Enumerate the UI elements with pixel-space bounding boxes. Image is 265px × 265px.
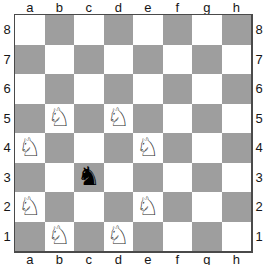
square-e2[interactable]: ♘	[133, 192, 163, 222]
rank-label-7-right: 7	[253, 45, 265, 75]
file-labels-bottom: abcdefgh	[14, 253, 253, 265]
square-c4[interactable]	[74, 133, 104, 163]
file-label-d-bottom: d	[104, 253, 134, 265]
square-d5[interactable]: ♘	[104, 104, 134, 134]
white-knight-b5[interactable]: ♘	[48, 104, 71, 130]
rank-label-4-left: 4	[0, 133, 14, 163]
square-a1[interactable]	[15, 222, 45, 252]
square-b8[interactable]	[45, 15, 75, 45]
square-b7[interactable]	[45, 45, 75, 75]
chessboard: ♘♘♘♘♞♘♘♘♘	[14, 14, 253, 253]
rank-label-5-right: 5	[253, 104, 265, 134]
square-b5[interactable]: ♘	[45, 104, 75, 134]
square-g8[interactable]	[192, 15, 222, 45]
square-e5[interactable]	[133, 104, 163, 134]
square-f3[interactable]	[163, 163, 193, 193]
file-label-d-top: d	[104, 0, 134, 14]
rank-label-8-left: 8	[0, 15, 14, 45]
file-label-c-bottom: c	[74, 253, 104, 265]
square-f2[interactable]	[163, 192, 193, 222]
black-knight-c3[interactable]: ♞	[77, 163, 100, 189]
rank-label-3-left: 3	[0, 163, 14, 193]
square-h8[interactable]	[222, 15, 252, 45]
rank-label-2-right: 2	[253, 192, 265, 222]
square-f1[interactable]	[163, 222, 193, 252]
corner-top-left	[0, 0, 14, 14]
square-a3[interactable]	[15, 163, 45, 193]
square-e8[interactable]	[133, 15, 163, 45]
corner-bottom-left	[0, 253, 14, 265]
chessboard-diagram: abcdefgh 87654321 ♘♘♘♘♞♘♘♘♘ 87654321 abc…	[0, 0, 265, 265]
file-label-b-top: b	[45, 0, 75, 14]
square-c7[interactable]	[74, 45, 104, 75]
square-f8[interactable]	[163, 15, 193, 45]
square-c3[interactable]: ♞	[74, 163, 104, 193]
square-h1[interactable]	[222, 222, 252, 252]
square-a7[interactable]	[15, 45, 45, 75]
file-label-h-top: h	[222, 0, 252, 14]
file-label-f-bottom: f	[163, 253, 193, 265]
file-label-g-bottom: g	[192, 253, 222, 265]
rank-label-7-left: 7	[0, 45, 14, 75]
square-c2[interactable]	[74, 192, 104, 222]
square-g7[interactable]	[192, 45, 222, 75]
square-f5[interactable]	[163, 104, 193, 134]
square-c1[interactable]	[74, 222, 104, 252]
square-a2[interactable]: ♘	[15, 192, 45, 222]
rank-label-5-left: 5	[0, 104, 14, 134]
square-g1[interactable]	[192, 222, 222, 252]
file-label-e-top: e	[133, 0, 163, 14]
square-d8[interactable]	[104, 15, 134, 45]
square-a4[interactable]: ♘	[15, 133, 45, 163]
square-h6[interactable]	[222, 74, 252, 104]
white-knight-a2[interactable]: ♘	[18, 193, 41, 219]
square-d6[interactable]	[104, 74, 134, 104]
file-label-g-top: g	[192, 0, 222, 14]
square-g5[interactable]	[192, 104, 222, 134]
square-a6[interactable]	[15, 74, 45, 104]
square-e3[interactable]	[133, 163, 163, 193]
white-knight-d5[interactable]: ♘	[107, 104, 130, 130]
rank-label-1-left: 1	[0, 222, 14, 252]
rank-label-6-right: 6	[253, 74, 265, 104]
file-label-a-bottom: a	[15, 253, 45, 265]
white-knight-e4[interactable]: ♘	[136, 134, 159, 160]
rank-label-8-right: 8	[253, 15, 265, 45]
white-knight-e2[interactable]: ♘	[136, 193, 159, 219]
rank-label-3-right: 3	[253, 163, 265, 193]
rank-labels-left: 87654321	[0, 14, 14, 253]
square-d4[interactable]	[104, 133, 134, 163]
square-h7[interactable]	[222, 45, 252, 75]
square-e4[interactable]: ♘	[133, 133, 163, 163]
file-label-e-bottom: e	[133, 253, 163, 265]
white-knight-a4[interactable]: ♘	[18, 134, 41, 160]
square-f6[interactable]	[163, 74, 193, 104]
square-c5[interactable]	[74, 104, 104, 134]
corner-bottom-right	[253, 253, 265, 265]
corner-top-right	[253, 0, 265, 14]
square-h3[interactable]	[222, 163, 252, 193]
square-c6[interactable]	[74, 74, 104, 104]
square-g2[interactable]	[192, 192, 222, 222]
square-a8[interactable]	[15, 15, 45, 45]
white-knight-b1[interactable]: ♘	[48, 222, 71, 248]
square-b3[interactable]	[45, 163, 75, 193]
square-g3[interactable]	[192, 163, 222, 193]
square-g4[interactable]	[192, 133, 222, 163]
square-d2[interactable]	[104, 192, 134, 222]
rank-label-6-left: 6	[0, 74, 14, 104]
square-h5[interactable]	[222, 104, 252, 134]
file-labels-top: abcdefgh	[14, 0, 253, 14]
square-e1[interactable]	[133, 222, 163, 252]
rank-label-1-right: 1	[253, 222, 265, 252]
square-b2[interactable]	[45, 192, 75, 222]
square-h4[interactable]	[222, 133, 252, 163]
square-d7[interactable]	[104, 45, 134, 75]
square-c8[interactable]	[74, 15, 104, 45]
rank-labels-right: 87654321	[253, 14, 265, 253]
rank-label-2-left: 2	[0, 192, 14, 222]
rank-label-4-right: 4	[253, 133, 265, 163]
file-label-c-top: c	[74, 0, 104, 14]
square-g6[interactable]	[192, 74, 222, 104]
square-a5[interactable]	[15, 104, 45, 134]
square-b1[interactable]: ♘	[45, 222, 75, 252]
square-b6[interactable]	[45, 74, 75, 104]
file-label-f-top: f	[163, 0, 193, 14]
square-h2[interactable]	[222, 192, 252, 222]
file-label-h-bottom: h	[222, 253, 252, 265]
square-e7[interactable]	[133, 45, 163, 75]
white-knight-d1[interactable]: ♘	[107, 222, 130, 248]
square-d1[interactable]: ♘	[104, 222, 134, 252]
square-f4[interactable]	[163, 133, 193, 163]
square-f7[interactable]	[163, 45, 193, 75]
file-label-a-top: a	[15, 0, 45, 14]
file-label-b-bottom: b	[45, 253, 75, 265]
square-d3[interactable]	[104, 163, 134, 193]
square-b4[interactable]	[45, 133, 75, 163]
square-e6[interactable]	[133, 74, 163, 104]
